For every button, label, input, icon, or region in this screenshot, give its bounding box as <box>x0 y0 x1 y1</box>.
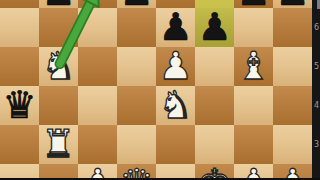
black-pawn-e6[interactable]: ♟ <box>156 8 195 47</box>
square-c5[interactable] <box>78 47 117 86</box>
rank-label-5: 5 <box>313 63 320 71</box>
white-knight-b5[interactable]: ♞ <box>39 47 78 86</box>
square-c6[interactable] <box>78 8 117 47</box>
square-b4[interactable] <box>39 86 78 125</box>
rank-label-3: 3 <box>313 141 320 149</box>
black-pawn-h7[interactable]: ♟ <box>273 0 312 12</box>
square-a6[interactable] <box>0 8 39 47</box>
square-d4[interactable] <box>117 86 156 125</box>
black-pawn-b7[interactable]: ♟ <box>39 0 78 12</box>
square-f3[interactable] <box>195 125 234 164</box>
rank-label-6: 6 <box>313 24 320 32</box>
square-a5[interactable] <box>0 47 39 86</box>
white-knight-e4[interactable]: ♞ <box>156 86 195 125</box>
video-frame: ♟♟♟♟♟♟♞♟♝♛♞♜♟♛♚♟♟ 6543 <box>0 0 320 180</box>
square-a3[interactable] <box>0 125 39 164</box>
square-d5[interactable] <box>117 47 156 86</box>
square-e3[interactable] <box>156 125 195 164</box>
chess-board: ♟♟♟♟♟♟♞♟♝♛♞♜♟♛♚♟♟ <box>0 0 312 180</box>
frame-bottom-edge <box>0 178 320 180</box>
white-pawn-e5[interactable]: ♟ <box>156 47 195 86</box>
rank-coordinate-strip: 6543 <box>312 0 320 180</box>
black-queen-a4[interactable]: ♛ <box>0 86 39 125</box>
black-pawn-f6[interactable]: ♟ <box>195 8 234 47</box>
square-f4[interactable] <box>195 86 234 125</box>
square-d3[interactable] <box>117 125 156 164</box>
white-rook-b3[interactable]: ♜ <box>39 125 78 164</box>
square-f5[interactable] <box>195 47 234 86</box>
black-pawn-g7[interactable]: ♟ <box>234 0 273 12</box>
rank-label-4: 4 <box>313 102 320 110</box>
square-c4[interactable] <box>78 86 117 125</box>
square-h3[interactable] <box>273 125 312 164</box>
white-bishop-g5[interactable]: ♝ <box>234 47 273 86</box>
square-c7[interactable] <box>78 0 117 8</box>
square-h5[interactable] <box>273 47 312 86</box>
square-g3[interactable] <box>234 125 273 164</box>
square-a7[interactable] <box>0 0 39 8</box>
square-g4[interactable] <box>234 86 273 125</box>
square-h4[interactable] <box>273 86 312 125</box>
black-pawn-d7[interactable]: ♟ <box>117 0 156 12</box>
square-c3[interactable] <box>78 125 117 164</box>
